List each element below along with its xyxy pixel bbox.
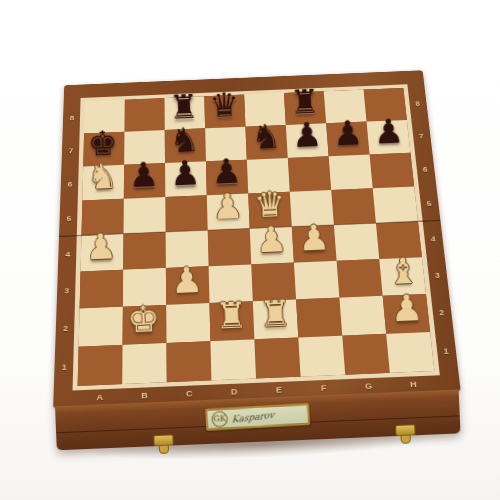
square-c2[interactable] (166, 303, 210, 343)
brass-clasp-right-icon (395, 424, 416, 441)
square-a2[interactable] (79, 307, 123, 347)
piece-white-pawn-e4[interactable]: ♟ (249, 215, 294, 265)
piece-black-pawn-c6[interactable]: ♟ (163, 149, 206, 198)
square-e2[interactable]: ♜ (253, 299, 299, 339)
rank-label-right-6: 6 (416, 152, 435, 186)
square-h7[interactable]: ♟ (367, 120, 411, 155)
square-b6[interactable]: ♟ (124, 163, 165, 199)
square-e7[interactable]: ♞ (245, 125, 287, 160)
rank-label-right-8: 8 (409, 87, 427, 120)
chess-set-photo: 87654321 87654321 ABCDEFGH ♜♛♜♚♞♞♟♟♟♞♟♟♟… (0, 0, 500, 500)
square-f2[interactable] (296, 298, 342, 338)
square-d5[interactable]: ♟ (207, 194, 250, 231)
square-g2[interactable] (339, 296, 386, 336)
rank-label-right-1: 1 (436, 331, 456, 371)
square-a3[interactable] (80, 270, 124, 309)
square-a4[interactable]: ♟ (81, 234, 124, 272)
square-b4[interactable] (123, 232, 166, 270)
square-f7[interactable]: ♟ (286, 123, 329, 158)
piece-black-queen-d8[interactable]: ♛ (203, 82, 245, 129)
rank-label-3: 3 (58, 272, 74, 310)
square-f1[interactable] (298, 336, 345, 377)
brass-clasp-left-icon (153, 434, 174, 451)
kasparov-signature: Kasparov (231, 410, 274, 425)
rank-label-right-5: 5 (420, 186, 439, 221)
square-g6[interactable] (329, 155, 373, 191)
square-g7[interactable]: ♟ (326, 122, 369, 157)
square-d1[interactable] (210, 339, 256, 380)
piece-black-pawn-g7[interactable]: ♟ (327, 109, 370, 157)
chess-board: ♜♛♜♚♞♞♟♟♟♞♟♟♟♟♛♟♟♟♟♝♚♜♜♟ (73, 84, 440, 390)
piece-black-knight-e7[interactable]: ♞ (245, 112, 288, 160)
square-g4[interactable] (334, 223, 379, 261)
square-h6[interactable] (370, 153, 415, 189)
square-h5[interactable] (373, 187, 418, 224)
square-c6[interactable]: ♟ (165, 161, 207, 197)
square-c5[interactable] (165, 195, 207, 232)
rank-label-4: 4 (60, 236, 76, 273)
piece-white-pawn-f4[interactable]: ♟ (292, 213, 337, 263)
square-c3[interactable]: ♟ (166, 266, 210, 305)
square-a1[interactable] (78, 345, 123, 386)
rank-label-8: 8 (64, 101, 79, 134)
board-tilt-wrapper: 87654321 87654321 ABCDEFGH ♜♛♜♚♞♞♟♟♟♞♟♟♟… (36, 0, 463, 478)
rank-label-right-2: 2 (432, 293, 452, 332)
square-a6[interactable]: ♞ (82, 165, 124, 201)
square-e4[interactable]: ♟ (250, 227, 294, 265)
square-f4[interactable]: ♟ (292, 225, 337, 263)
piece-black-pawn-b6[interactable]: ♟ (122, 151, 165, 200)
piece-white-pawn-c3[interactable]: ♟ (164, 255, 209, 306)
rank-label-5: 5 (61, 201, 77, 237)
piece-white-knight-a6[interactable]: ♞ (81, 152, 124, 201)
square-b1[interactable] (122, 343, 167, 384)
square-h2[interactable]: ♟ (383, 294, 430, 334)
square-b5[interactable] (124, 197, 166, 234)
square-d8[interactable]: ♛ (204, 95, 245, 129)
piece-white-rook-e2[interactable]: ♜ (252, 288, 298, 340)
board-frame: 87654321 87654321 ABCDEFGH ♜♛♜♚♞♞♟♟♟♞♟♟♟… (53, 70, 461, 408)
square-b2[interactable]: ♚ (123, 305, 167, 345)
square-g5[interactable] (331, 188, 376, 225)
piece-black-pawn-h7[interactable]: ♟ (367, 107, 410, 155)
piece-white-pawn-h2[interactable]: ♟ (384, 283, 430, 335)
square-c1[interactable] (166, 341, 211, 382)
square-g1[interactable] (342, 334, 390, 375)
piece-white-king-b2[interactable]: ♚ (121, 294, 167, 346)
rank-label-right-3: 3 (428, 256, 448, 293)
folding-chess-box: 87654321 87654321 ABCDEFGH ♜♛♜♚♞♞♟♟♟♞♟♟♟… (36, 0, 463, 478)
square-d4[interactable] (208, 228, 252, 266)
rank-label-right-7: 7 (412, 119, 430, 152)
rank-label-1: 1 (56, 347, 73, 387)
square-f3[interactable] (294, 261, 339, 300)
piece-white-pawn-d5[interactable]: ♟ (206, 181, 250, 230)
square-f6[interactable] (288, 156, 331, 192)
gk-monogram-icon: GK (211, 411, 228, 428)
piece-white-rook-d2[interactable]: ♜ (208, 290, 254, 342)
square-d2[interactable]: ♜ (209, 301, 254, 341)
rank-label-2: 2 (57, 309, 74, 348)
rank-label-6: 6 (62, 167, 78, 202)
rank-label-right-4: 4 (424, 221, 443, 257)
square-g3[interactable] (337, 259, 383, 298)
piece-black-pawn-f7[interactable]: ♟ (286, 111, 329, 159)
piece-white-pawn-a4[interactable]: ♟ (79, 222, 124, 272)
rank-label-7: 7 (63, 134, 78, 168)
brass-nameplate: GK Kasparov (205, 403, 310, 431)
square-b8[interactable] (124, 98, 164, 132)
square-e1[interactable] (254, 337, 300, 378)
square-h1[interactable] (386, 332, 434, 373)
